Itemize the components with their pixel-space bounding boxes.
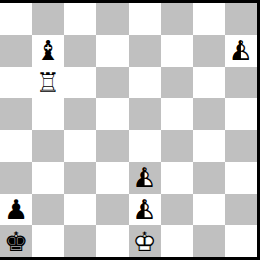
square-c1[interactable] (64, 225, 96, 257)
square-f1[interactable] (161, 225, 193, 257)
square-e6[interactable] (129, 67, 161, 99)
square-f4[interactable] (161, 130, 193, 162)
square-e8[interactable] (129, 3, 161, 35)
square-h3[interactable] (225, 162, 257, 194)
square-e1[interactable]: ♚♔ (129, 225, 161, 257)
square-b7[interactable]: ♝ (32, 35, 64, 67)
square-g6[interactable] (193, 67, 225, 99)
square-h2[interactable] (225, 194, 257, 226)
square-b3[interactable] (32, 162, 64, 194)
piece-black-pawn: ♟ (0, 194, 32, 226)
piece-white-rook: ♜♖ (32, 67, 64, 99)
square-f7[interactable] (161, 35, 193, 67)
square-a1[interactable]: ♚ (0, 225, 32, 257)
square-g3[interactable] (193, 162, 225, 194)
square-g7[interactable] (193, 35, 225, 67)
square-d7[interactable] (96, 35, 128, 67)
piece-white-king: ♚♔ (129, 225, 161, 257)
square-a4[interactable] (0, 130, 32, 162)
square-e2[interactable]: ♟♟♙ (129, 194, 161, 226)
square-h6[interactable] (225, 67, 257, 99)
square-h5[interactable] (225, 98, 257, 130)
square-c6[interactable] (64, 67, 96, 99)
square-a5[interactable] (0, 98, 32, 130)
square-h8[interactable] (225, 3, 257, 35)
square-b5[interactable] (32, 98, 64, 130)
square-f6[interactable] (161, 67, 193, 99)
piece-neutral-pawn-glyph: ♙ (129, 194, 161, 226)
square-c7[interactable] (64, 35, 96, 67)
square-e3[interactable]: ♟♟♙ (129, 162, 161, 194)
square-d5[interactable] (96, 98, 128, 130)
square-g1[interactable] (193, 225, 225, 257)
square-e4[interactable] (129, 130, 161, 162)
square-b1[interactable] (32, 225, 64, 257)
square-f5[interactable] (161, 98, 193, 130)
piece-neutral-pawn: ♟♟♙ (129, 194, 161, 226)
square-b6[interactable]: ♜♖ (32, 67, 64, 99)
piece-neutral-pawn-glyph: ♙ (129, 162, 161, 194)
square-h1[interactable] (225, 225, 257, 257)
square-a3[interactable] (0, 162, 32, 194)
square-e7[interactable] (129, 35, 161, 67)
piece-white-rook-glyph: ♖ (32, 67, 64, 99)
square-f2[interactable] (161, 194, 193, 226)
square-d3[interactable] (96, 162, 128, 194)
square-e5[interactable] (129, 98, 161, 130)
square-b8[interactable] (32, 3, 64, 35)
square-f3[interactable] (161, 162, 193, 194)
piece-black-king-glyph: ♚ (0, 225, 32, 257)
square-a8[interactable] (0, 3, 32, 35)
board-grid: ♝♟♟♙♜♖♟♟♙♟♟♟♙♚♚♔ (0, 3, 257, 257)
square-d2[interactable] (96, 194, 128, 226)
square-c4[interactable] (64, 130, 96, 162)
square-d1[interactable] (96, 225, 128, 257)
square-b4[interactable] (32, 130, 64, 162)
square-g4[interactable] (193, 130, 225, 162)
square-f8[interactable] (161, 3, 193, 35)
square-c3[interactable] (64, 162, 96, 194)
square-c5[interactable] (64, 98, 96, 130)
piece-white-king-glyph: ♔ (129, 225, 161, 257)
square-d8[interactable] (96, 3, 128, 35)
piece-black-bishop: ♝ (32, 35, 64, 67)
piece-neutral-pawn: ♟♟♙ (225, 35, 257, 67)
square-a2[interactable]: ♟ (0, 194, 32, 226)
square-b2[interactable] (32, 194, 64, 226)
square-d6[interactable] (96, 67, 128, 99)
chess-board: ♝♟♟♙♜♖♟♟♙♟♟♟♙♚♚♔ (0, 0, 260, 260)
piece-black-bishop-glyph: ♝ (32, 35, 64, 67)
square-g8[interactable] (193, 3, 225, 35)
square-h4[interactable] (225, 130, 257, 162)
square-c2[interactable] (64, 194, 96, 226)
piece-black-pawn-glyph: ♟ (0, 194, 32, 226)
square-c8[interactable] (64, 3, 96, 35)
square-d4[interactable] (96, 130, 128, 162)
square-g2[interactable] (193, 194, 225, 226)
piece-black-king: ♚ (0, 225, 32, 257)
square-g5[interactable] (193, 98, 225, 130)
square-h7[interactable]: ♟♟♙ (225, 35, 257, 67)
square-a6[interactable] (0, 67, 32, 99)
piece-neutral-pawn: ♟♟♙ (129, 162, 161, 194)
piece-neutral-pawn-glyph: ♙ (225, 35, 257, 67)
square-a7[interactable] (0, 35, 32, 67)
